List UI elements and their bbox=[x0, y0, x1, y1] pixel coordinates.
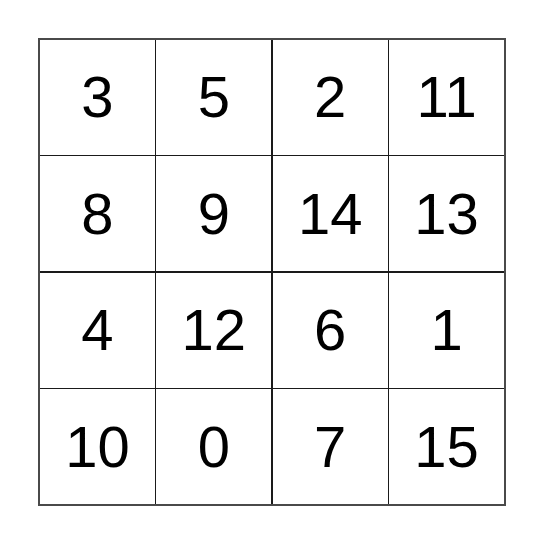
tile-r2c3[interactable]: 1 bbox=[389, 273, 504, 388]
tile-r0c3[interactable]: 11 bbox=[389, 40, 504, 155]
tile-r1c1[interactable]: 9 bbox=[156, 156, 271, 271]
tile-r0c1[interactable]: 5 bbox=[156, 40, 271, 155]
tile-r0c2[interactable]: 2 bbox=[273, 40, 388, 155]
tile-r3c1[interactable]: 0 bbox=[156, 389, 271, 504]
tile-r1c0[interactable]: 8 bbox=[40, 156, 155, 271]
tile-r3c2[interactable]: 7 bbox=[273, 389, 388, 504]
tile-r0c0[interactable]: 3 bbox=[40, 40, 155, 155]
tile-r1c3[interactable]: 13 bbox=[389, 156, 504, 271]
puzzle-canvas: 3 5 2 11 8 9 14 13 4 12 6 1 10 0 7 15 bbox=[0, 0, 544, 544]
tile-r2c2[interactable]: 6 bbox=[273, 273, 388, 388]
tile-r2c1[interactable]: 12 bbox=[156, 273, 271, 388]
tile-r3c3[interactable]: 15 bbox=[389, 389, 504, 504]
tile-r2c0[interactable]: 4 bbox=[40, 273, 155, 388]
puzzle-board: 3 5 2 11 8 9 14 13 4 12 6 1 10 0 7 15 bbox=[38, 38, 506, 506]
tile-r3c0[interactable]: 10 bbox=[40, 389, 155, 504]
tile-r1c2[interactable]: 14 bbox=[273, 156, 388, 271]
